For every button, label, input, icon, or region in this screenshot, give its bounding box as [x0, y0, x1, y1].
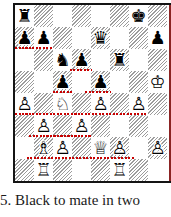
piece-white-pawn-d3: ♙ — [72, 115, 91, 137]
spellcheck-underline-3 — [85, 91, 111, 93]
square-a7: ♟ — [15, 27, 34, 49]
square-d3: ♙ — [72, 115, 91, 137]
square-e2: ♕ — [91, 137, 110, 159]
square-e4: ♙ — [91, 93, 110, 115]
square-f3 — [110, 115, 129, 137]
square-c7 — [53, 27, 72, 49]
piece-black-pawn-a7: ♟ — [15, 27, 34, 49]
square-f4 — [110, 93, 129, 115]
piece-white-pawn-a4: ♙ — [15, 93, 34, 115]
square-e6 — [91, 49, 110, 71]
square-e7: ♛ — [91, 27, 110, 49]
square-a6 — [15, 49, 34, 71]
square-c2: ♙ — [53, 137, 72, 159]
square-b3: ♙ — [34, 115, 53, 137]
piece-white-pawn-f2: ♙ — [110, 137, 129, 159]
square-d4 — [72, 93, 91, 115]
spellcheck-underline-5 — [29, 135, 91, 137]
piece-white-pawn-g4: ♙ — [129, 93, 148, 115]
square-b6 — [34, 49, 53, 71]
square-b7: ♟ — [34, 27, 53, 49]
chess-board: ♜♚♟♟♛♟♞♟♜♟♟♔♙♘♙♙♙♙♗♙♕♙♙♖♖ — [15, 5, 167, 181]
piece-black-king-g8: ♚ — [129, 5, 148, 27]
square-e8 — [91, 5, 110, 27]
piece-white-king-h5: ♔ — [148, 71, 167, 93]
square-c5: ♟ — [53, 71, 72, 93]
square-h3 — [148, 115, 167, 137]
piece-white-pawn-h2: ♙ — [148, 137, 167, 159]
square-g2 — [129, 137, 148, 159]
square-g7 — [129, 27, 148, 49]
piece-black-pawn-c5: ♟ — [53, 71, 72, 93]
square-f2: ♙ — [110, 137, 129, 159]
square-g5 — [129, 71, 148, 93]
square-h4 — [148, 93, 167, 115]
caption: 5. Black to mate in two — [0, 191, 171, 209]
piece-white-rook-b1: ♖ — [34, 159, 53, 181]
square-h5: ♔ — [148, 71, 167, 93]
square-f1: ♖ — [110, 159, 129, 181]
square-f6: ♜ — [110, 49, 129, 71]
square-d6: ♟ — [72, 49, 91, 71]
piece-black-rook-a8: ♜ — [15, 5, 34, 27]
piece-white-pawn-b3: ♙ — [34, 115, 53, 137]
piece-black-rook-f6: ♜ — [110, 49, 129, 71]
piece-black-pawn-b7: ♟ — [34, 27, 53, 49]
spellcheck-underline-1 — [70, 69, 92, 71]
board-right-red-border — [169, 5, 171, 181]
spellcheck-underline-4 — [15, 113, 148, 115]
square-a3 — [15, 115, 34, 137]
square-h2: ♙ — [148, 137, 167, 159]
piece-black-pawn-d6: ♟ — [72, 49, 91, 71]
piece-white-pawn-c2: ♙ — [53, 137, 72, 159]
spellcheck-underline-6 — [27, 157, 134, 159]
chess-diagram: ♜♚♟♟♛♟♞♟♜♟♟♔♙♘♙♙♙♙♗♙♕♙♙♖♖ — [13, 3, 171, 183]
square-h6 — [148, 49, 167, 71]
square-f8 — [110, 5, 129, 27]
square-f7 — [110, 27, 129, 49]
square-d7 — [72, 27, 91, 49]
square-f5 — [110, 71, 129, 93]
square-a8: ♜ — [15, 5, 34, 27]
square-d8 — [72, 5, 91, 27]
square-b8 — [34, 5, 53, 27]
square-c3 — [53, 115, 72, 137]
square-g4: ♙ — [129, 93, 148, 115]
square-h1 — [148, 159, 167, 181]
piece-white-pawn-e4: ♙ — [91, 93, 110, 115]
piece-white-queen-e2: ♕ — [91, 137, 110, 159]
square-h8 — [148, 5, 167, 27]
square-b5 — [34, 71, 53, 93]
square-h7: ♟ — [148, 27, 167, 49]
square-e1 — [91, 159, 110, 181]
square-e3 — [91, 115, 110, 137]
piece-white-knight-c4: ♘ — [53, 93, 72, 115]
square-c4: ♘ — [53, 93, 72, 115]
square-g6 — [129, 49, 148, 71]
piece-black-pawn-e5: ♟ — [91, 71, 110, 93]
piece-black-knight-c6: ♞ — [53, 49, 72, 71]
square-g1 — [129, 159, 148, 181]
spellcheck-underline-2 — [53, 91, 72, 93]
piece-black-pawn-h7: ♟ — [148, 27, 167, 49]
square-d1 — [72, 159, 91, 181]
page: { "game": "chess", "position": { "fen": … — [0, 0, 171, 217]
square-c1 — [53, 159, 72, 181]
spellcheck-underline-0 — [15, 47, 53, 49]
square-g8: ♚ — [129, 5, 148, 27]
square-a2 — [15, 137, 34, 159]
square-d5 — [72, 71, 91, 93]
square-a1 — [15, 159, 34, 181]
square-a5 — [15, 71, 34, 93]
square-e5: ♟ — [91, 71, 110, 93]
square-c8 — [53, 5, 72, 27]
square-g3 — [129, 115, 148, 137]
square-c6: ♞ — [53, 49, 72, 71]
piece-black-queen-e7: ♛ — [91, 27, 110, 49]
square-b1: ♖ — [34, 159, 53, 181]
square-a4: ♙ — [15, 93, 34, 115]
square-b4 — [34, 93, 53, 115]
square-b2: ♗ — [34, 137, 53, 159]
piece-white-rook-f1: ♖ — [110, 159, 129, 181]
square-d2 — [72, 137, 91, 159]
piece-white-bishop-b2: ♗ — [34, 137, 53, 159]
